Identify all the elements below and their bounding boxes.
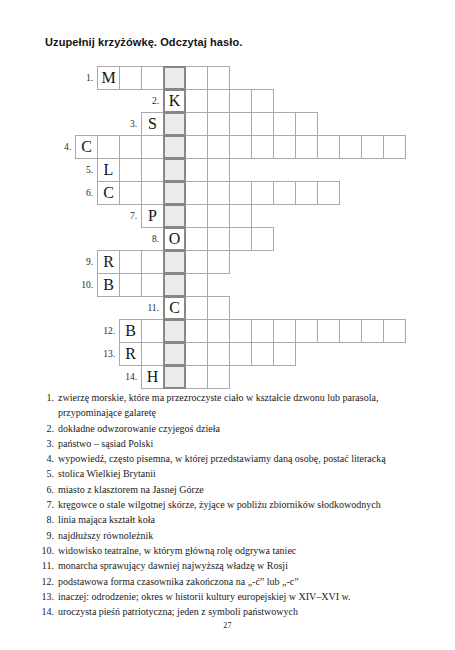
clue-item-6: 6.miasto z klasztorem na Jasnej Górze — [36, 482, 434, 497]
clue-number: 10. — [36, 543, 54, 558]
crossword-cell-r9-c5[interactable] — [185, 250, 208, 274]
clue-item-11: 11.monarcha sprawujący dawniej najwyższą… — [36, 558, 434, 573]
crossword-cell-r7-c5[interactable] — [185, 204, 208, 228]
crossword-cell-r4-c9[interactable] — [273, 135, 296, 159]
crossword-cell-letter-r7: P — [141, 204, 164, 228]
clue-item-13: 13.inaczej: odrodzenie; okres w historii… — [36, 589, 434, 604]
clue-list: 1.zwierzę morskie, które ma przezroczyst… — [36, 390, 434, 619]
crossword-cell-r7-c7[interactable] — [229, 204, 252, 228]
crossword-cell-r10-c5[interactable] — [185, 273, 208, 297]
crossword-cell-r13-c7[interactable] — [229, 342, 252, 366]
crossword-cell-r4-c7[interactable] — [229, 135, 252, 159]
crossword-cell-r6-c11[interactable] — [317, 181, 340, 205]
clue-text: podstawowa forma czasownika zakończona n… — [54, 574, 434, 589]
crossword-cell-letter-r3: S — [141, 112, 164, 136]
crossword-cell-letter-r6: C — [97, 181, 120, 205]
crossword-cell-haslo-r6[interactable] — [163, 181, 186, 205]
crossword-cell-r6-c3[interactable] — [141, 181, 164, 205]
crossword-cell-r4-c10[interactable] — [295, 135, 318, 159]
clue-number: 11. — [36, 558, 54, 573]
clue-text: stolica Wielkiej Brytanii — [54, 466, 434, 481]
crossword-cell-r4-c13[interactable] — [361, 135, 384, 159]
crossword-cell-haslo-r9[interactable] — [163, 250, 186, 274]
clue-text: wypowiedź, często pisemna, w której prze… — [54, 451, 434, 466]
crossword-cell-haslo-r10[interactable] — [163, 273, 186, 297]
clue-item-9: 9.najdłuższy równoleżnik — [36, 528, 434, 543]
clue-text: monarcha sprawujący dawniej najwyższą wł… — [54, 558, 434, 573]
crossword-cell-r8-c8[interactable] — [251, 227, 274, 251]
crossword-cell-r4-c12[interactable] — [339, 135, 362, 159]
clue-text: widowisko teatralne, w którym główną rol… — [54, 543, 434, 558]
crossword-cell-letter-r13: R — [119, 342, 142, 366]
clue-text: dokładne odwzorowanie czyjegoś dzieła — [54, 421, 434, 436]
crossword-cell-r11-c5[interactable] — [185, 296, 208, 320]
grid-row-number-14: 14. — [111, 372, 137, 382]
crossword-cell-r4-c3[interactable] — [141, 135, 164, 159]
crossword-cell-r4-c14[interactable] — [383, 135, 406, 159]
crossword-cell-r6-c5[interactable] — [185, 181, 208, 205]
crossword-cell-r12-c13[interactable] — [361, 319, 384, 343]
clue-item-12: 12.podstawowa forma czasownika zakończon… — [36, 574, 434, 589]
clue-number: 8. — [36, 512, 54, 527]
crossword-cell-r3-c5[interactable] — [185, 112, 208, 136]
crossword-cell-letter-r14: H — [141, 365, 164, 389]
grid-row-number-6: 6. — [67, 188, 93, 198]
crossword-cell-r5-c5[interactable] — [185, 158, 208, 182]
clue-number: 6. — [36, 482, 54, 497]
clue-number: 9. — [36, 528, 54, 543]
crossword-cell-haslo-r3[interactable] — [163, 112, 186, 136]
crossword-cell-r6-c7[interactable] — [229, 181, 252, 205]
clue-item-1: 1.zwierzę morskie, które ma przezroczyst… — [36, 390, 434, 421]
clue-text: miasto z klasztorem na Jasnej Górze — [54, 482, 434, 497]
crossword-cell-r1-c3[interactable] — [141, 66, 164, 90]
crossword-cell-r3-c7[interactable] — [229, 112, 252, 136]
grid-row-number-9: 9. — [67, 257, 93, 267]
grid-row-number-8: 8. — [133, 234, 159, 244]
crossword-cell-letter-r1: M — [97, 66, 120, 90]
crossword-cell-r6-c6[interactable] — [207, 181, 230, 205]
clue-item-14: 14.uroczysta pieśń patriotyczna; jeden z… — [36, 604, 434, 619]
grid-row-number-11: 11. — [133, 303, 159, 313]
grid-row-number-10: 10. — [67, 280, 93, 290]
crossword-cell-r4-c2[interactable] — [119, 135, 142, 159]
grid-row-number-2: 2. — [133, 96, 159, 106]
crossword-cell-haslo-r4[interactable] — [163, 135, 186, 159]
crossword-cell-r1-c5[interactable] — [185, 66, 208, 90]
crossword-cell-r3-c8[interactable] — [251, 112, 274, 136]
clue-number: 13. — [36, 589, 54, 604]
clue-text: linia mająca kształt koła — [54, 512, 434, 527]
crossword-cell-r14-c5[interactable] — [185, 365, 208, 389]
crossword-cell-letter-r10: B — [97, 273, 120, 297]
crossword-cell-r14-c6[interactable] — [207, 365, 230, 389]
crossword-cell-r8-c6[interactable] — [207, 227, 230, 251]
clue-text: kręgowce o stale wilgotnej skórze, żyjąc… — [54, 497, 434, 512]
crossword-cell-haslo-r1[interactable] — [163, 66, 186, 90]
crossword-cell-r8-c5[interactable] — [185, 227, 208, 251]
crossword-cell-r12-c8[interactable] — [251, 319, 274, 343]
crossword-cell-letter-r9: R — [97, 250, 120, 274]
clue-text: państwo – sąsiad Polski — [54, 436, 434, 451]
crossword-cell-r12-c3[interactable] — [141, 319, 164, 343]
crossword-cell-haslo-r14[interactable] — [163, 365, 186, 389]
crossword-cell-haslo-r13[interactable] — [163, 342, 186, 366]
crossword-cell-r7-c6[interactable] — [207, 204, 230, 228]
crossword-cell-r13-c5[interactable] — [185, 342, 208, 366]
clue-text: uroczysta pieśń patriotyczna; jeden z sy… — [54, 604, 434, 619]
crossword-cell-letter-r4: C — [75, 135, 98, 159]
crossword-cell-r4-c11[interactable] — [317, 135, 340, 159]
crossword-cell-r10-c2[interactable] — [119, 273, 142, 297]
crossword-cell-letter-r5: L — [97, 158, 120, 182]
clue-item-7: 7.kręgowce o stale wilgotnej skórze, żyj… — [36, 497, 434, 512]
crossword-cell-r2-c8[interactable] — [251, 89, 274, 113]
clue-number: 7. — [36, 497, 54, 512]
grid-row-number-1: 1. — [67, 73, 93, 83]
crossword-cell-r6-c8[interactable] — [251, 181, 274, 205]
clue-number: 12. — [36, 574, 54, 589]
crossword-cell-r12-c5[interactable] — [185, 319, 208, 343]
crossword-cell-r13-c3[interactable] — [141, 342, 164, 366]
crossword-cell-r4-c8[interactable] — [251, 135, 274, 159]
crossword-cell-letter-r11: C — [163, 296, 186, 320]
crossword-cell-r12-c10[interactable] — [295, 319, 318, 343]
crossword-cell-r10-c3[interactable] — [141, 273, 164, 297]
clue-item-8: 8.linia mająca kształt koła — [36, 512, 434, 527]
crossword-cell-r3-c9[interactable] — [273, 112, 296, 136]
clue-number: 3. — [36, 436, 54, 451]
crossword-cell-r6-c9[interactable] — [273, 181, 296, 205]
crossword-cell-r1-c2[interactable] — [119, 66, 142, 90]
grid-row-number-5: 5. — [67, 165, 93, 175]
grid-row-number-7: 7. — [111, 211, 137, 221]
crossword-cell-r4-c5[interactable] — [185, 135, 208, 159]
crossword-cell-r12-c11[interactable] — [317, 319, 340, 343]
clue-text: zwierzę morskie, które ma przezroczyste … — [54, 390, 434, 421]
crossword-cell-r8-c7[interactable] — [229, 227, 252, 251]
crossword-cell-r5-c6[interactable] — [207, 158, 230, 182]
crossword-cell-r1-c6[interactable] — [207, 66, 230, 90]
grid-row-number-12: 12. — [89, 326, 115, 336]
clue-item-10: 10.widowisko teatralne, w którym główną … — [36, 543, 434, 558]
crossword-cell-haslo-r5[interactable] — [163, 158, 186, 182]
crossword-cell-r13-c8[interactable] — [251, 342, 274, 366]
crossword-cell-haslo-r12[interactable] — [163, 319, 186, 343]
grid-row-number-4: 4. — [45, 142, 71, 152]
crossword-cell-r13-c9[interactable] — [273, 342, 296, 366]
crossword-cell-r12-c6[interactable] — [207, 319, 230, 343]
clue-number: 2. — [36, 421, 54, 436]
clue-number: 1. — [36, 390, 54, 421]
clue-item-4: 4.wypowiedź, często pisemna, w której pr… — [36, 451, 434, 466]
crossword-cell-r2-c6[interactable] — [207, 89, 230, 113]
crossword-cell-r12-c14[interactable] — [383, 319, 406, 343]
crossword-cell-letter-r2: K — [163, 89, 186, 113]
crossword-cell-letter-r8: O — [163, 227, 186, 251]
clue-number: 14. — [36, 604, 54, 619]
page-number: 27 — [0, 621, 455, 630]
crossword-cell-r4-c6[interactable] — [207, 135, 230, 159]
crossword-cell-r12-c12[interactable] — [339, 319, 362, 343]
grid-row-number-3: 3. — [111, 119, 137, 129]
crossword-cell-r11-c6[interactable] — [207, 296, 230, 320]
crossword-cell-r9-c2[interactable] — [119, 250, 142, 274]
crossword-cell-letter-r12: B — [119, 319, 142, 343]
clue-number: 5. — [36, 466, 54, 481]
crossword-cell-r6-c2[interactable] — [119, 181, 142, 205]
crossword-cell-r12-c9[interactable] — [273, 319, 296, 343]
clue-item-5: 5.stolica Wielkiej Brytanii — [36, 466, 434, 481]
crossword-cell-r9-c3[interactable] — [141, 250, 164, 274]
crossword-cell-r2-c7[interactable] — [229, 89, 252, 113]
crossword-cell-r12-c7[interactable] — [229, 319, 252, 343]
clue-item-3: 3.państwo – sąsiad Polski — [36, 436, 434, 451]
crossword-cell-r3-c6[interactable] — [207, 112, 230, 136]
crossword-cell-r2-c5[interactable] — [185, 89, 208, 113]
clue-text: najdłuższy równoleżnik — [54, 528, 434, 543]
crossword-cell-r3-c10[interactable] — [295, 112, 318, 136]
crossword-cell-r9-c6[interactable] — [207, 250, 230, 274]
crossword-cell-r5-c3[interactable] — [141, 158, 164, 182]
crossword-cell-r4-c1[interactable] — [97, 135, 120, 159]
crossword-cell-r6-c10[interactable] — [295, 181, 318, 205]
clue-text: inaczej: odrodzenie; okres w historii ku… — [54, 589, 434, 604]
clue-item-2: 2.dokładne odwzorowanie czyjegoś dzieła — [36, 421, 434, 436]
crossword-cell-r5-c2[interactable] — [119, 158, 142, 182]
clue-number: 4. — [36, 451, 54, 466]
grid-row-number-13: 13. — [89, 349, 115, 359]
crossword-cell-r13-c6[interactable] — [207, 342, 230, 366]
worksheet-page: Uzupełnij krzyżówkę. Odczytaj hasło. 1.M… — [0, 0, 455, 650]
crossword-cell-haslo-r7[interactable] — [163, 204, 186, 228]
